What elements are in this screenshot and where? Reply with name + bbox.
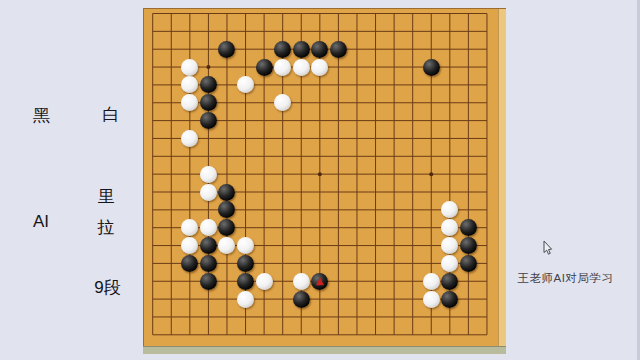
white-stone (181, 59, 198, 76)
black-stone (293, 41, 310, 58)
white-stone (293, 273, 310, 290)
white-stone (237, 237, 254, 254)
black-stone (256, 59, 273, 76)
watermark-text: 王老师AI对局学习 (518, 270, 614, 285)
app-window: 黑 白 AI 里拉 9段 王老师AI对局学习 (0, 0, 640, 360)
board-front-edge (143, 346, 506, 354)
go-board[interactable] (143, 8, 506, 346)
black-player-label: 黑 (33, 103, 50, 126)
white-stone (200, 166, 217, 183)
black-player-name: AI (33, 212, 49, 232)
black-stone (237, 255, 254, 272)
black-stone (460, 237, 477, 254)
black-stone (274, 41, 291, 58)
black-stone (460, 255, 477, 272)
last-move-marker (316, 278, 324, 286)
black-stone (200, 273, 217, 290)
cursor-arrow-icon (543, 241, 555, 256)
black-stone (200, 237, 217, 254)
black-stone (330, 41, 347, 58)
black-stone (293, 291, 310, 308)
black-stone (200, 255, 217, 272)
white-stone (274, 59, 291, 76)
white-stone (200, 184, 217, 201)
black-stone (200, 112, 217, 129)
white-stone (293, 59, 310, 76)
black-stone (441, 291, 458, 308)
white-player-label: 白 (103, 102, 120, 125)
black-stone (311, 41, 328, 58)
white-stone (200, 219, 217, 236)
white-stone (423, 273, 440, 290)
black-stone (218, 184, 235, 201)
white-stone (423, 291, 440, 308)
black-stone (237, 273, 254, 290)
black-stone (460, 219, 477, 236)
board-right-edge (498, 9, 506, 346)
black-stone (311, 273, 328, 290)
black-stone (441, 273, 458, 290)
white-stone (256, 273, 273, 290)
white-stone (237, 291, 254, 308)
white-stone (311, 59, 328, 76)
white-player-rank: 9段 (94, 275, 120, 298)
white-player-name: 里拉 (95, 182, 117, 243)
black-stone (423, 59, 440, 76)
